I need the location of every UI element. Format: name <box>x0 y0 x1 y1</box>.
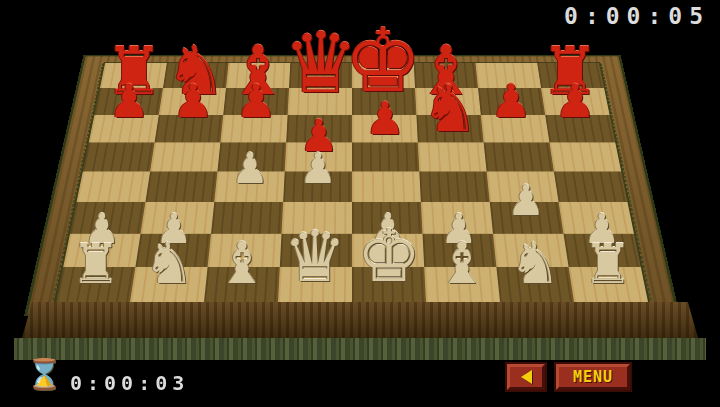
board-front-edge <box>22 302 698 338</box>
back-arrow-icon <box>521 370 532 384</box>
square-f4[interactable] <box>419 171 489 201</box>
white-clock: 0:00:03 <box>70 371 189 395</box>
square-e4[interactable] <box>352 171 421 201</box>
red-clock-time: 0:00:05 <box>564 3 710 29</box>
white-king-e1[interactable]: ♚ <box>357 220 422 292</box>
white-rook-a1[interactable]: ♜ <box>71 237 120 292</box>
red-pawn-c7[interactable]: ♟ <box>235 78 276 124</box>
white-clock-time: 0:00:03 <box>70 371 189 395</box>
square-f5[interactable] <box>418 142 487 171</box>
back-button[interactable] <box>507 364 545 390</box>
red-clock: 0:00:05 <box>564 3 710 29</box>
square-a5[interactable] <box>83 142 155 171</box>
red-pawn-h7[interactable]: ♟ <box>554 78 595 124</box>
chess-game-screen: ♜♞♝♛♚♝♜♟♟♟♟♟♟♟♞♟♟♟♟♟♟♟♟♟♜♞♝♛♚♝♞♜ 0:00:05… <box>0 0 720 407</box>
white-rook-h1[interactable]: ♜ <box>583 237 632 292</box>
square-b5[interactable] <box>150 142 220 171</box>
white-knight-g1[interactable]: ♞ <box>509 235 560 292</box>
white-queen-d1[interactable]: ♛ <box>284 222 347 292</box>
table-felt <box>14 338 706 360</box>
white-pawn-c4[interactable]: ♟ <box>231 148 269 190</box>
white-pawn-g3[interactable]: ♟ <box>507 180 545 222</box>
square-g5[interactable] <box>484 142 554 171</box>
square-e5[interactable] <box>352 142 419 171</box>
square-b4[interactable] <box>145 171 217 201</box>
red-pawn-e6[interactable]: ♟ <box>365 96 405 141</box>
white-pawn-d4[interactable]: ♟ <box>299 148 337 190</box>
white-bishop-c1[interactable]: ♝ <box>216 235 267 292</box>
square-h4[interactable] <box>554 171 628 201</box>
square-c3[interactable] <box>211 202 283 234</box>
white-knight-b1[interactable]: ♞ <box>143 235 194 292</box>
red-pawn-a7[interactable]: ♟ <box>108 78 149 124</box>
hourglass-icon: ⌛ <box>26 357 62 391</box>
white-bishop-f1[interactable]: ♝ <box>436 235 487 292</box>
red-pawn-b7[interactable]: ♟ <box>172 78 213 124</box>
square-h5[interactable] <box>549 142 621 171</box>
menu-button[interactable]: MENU <box>556 364 630 390</box>
square-a4[interactable] <box>77 171 151 201</box>
red-pawn-g7[interactable]: ♟ <box>490 78 531 124</box>
red-knight-f6[interactable]: ♞ <box>421 77 478 141</box>
